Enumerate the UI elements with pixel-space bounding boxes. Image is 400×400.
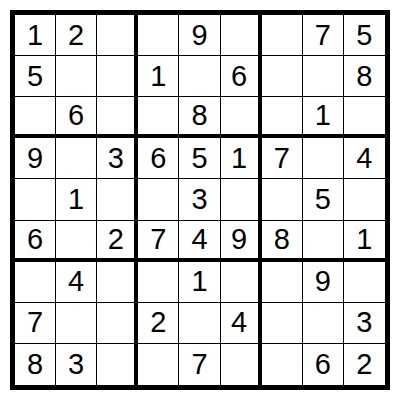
cell-r2c7[interactable] <box>262 56 303 97</box>
cell-r8c4[interactable]: 2 <box>138 303 179 344</box>
cell-r6c9[interactable]: 1 <box>344 221 385 262</box>
cell-r7c3[interactable] <box>97 262 138 303</box>
cell-r6c2[interactable] <box>56 221 97 262</box>
cell-r2c3[interactable] <box>97 56 138 97</box>
cell-r1c4[interactable] <box>138 15 179 56</box>
cell-r4c4[interactable]: 6 <box>138 138 179 179</box>
cell-r2c2[interactable] <box>56 56 97 97</box>
cell-r7c4[interactable] <box>138 262 179 303</box>
sudoku-board: 1297551686819365174135627498141972438376… <box>10 10 390 390</box>
cell-r7c7[interactable] <box>262 262 303 303</box>
cell-r2c9[interactable]: 8 <box>344 56 385 97</box>
cell-r8c2[interactable] <box>56 303 97 344</box>
cell-r5c9[interactable] <box>344 179 385 220</box>
cell-r4c9[interactable]: 4 <box>344 138 385 179</box>
cell-r9c3[interactable] <box>97 344 138 385</box>
cell-r3c3[interactable] <box>97 97 138 138</box>
cell-r3c7[interactable] <box>262 97 303 138</box>
cell-r8c9[interactable]: 3 <box>344 303 385 344</box>
cell-r4c2[interactable] <box>56 138 97 179</box>
cell-r4c6[interactable]: 1 <box>221 138 262 179</box>
cell-r9c4[interactable] <box>138 344 179 385</box>
sudoku-page: 1297551686819365174135627498141972438376… <box>0 0 400 400</box>
cell-r8c7[interactable] <box>262 303 303 344</box>
cell-r5c6[interactable] <box>221 179 262 220</box>
cell-r3c8[interactable]: 1 <box>303 97 344 138</box>
cell-r2c5[interactable] <box>179 56 220 97</box>
cell-r6c4[interactable]: 7 <box>138 221 179 262</box>
cell-r5c1[interactable] <box>15 179 56 220</box>
cell-r2c1[interactable]: 5 <box>15 56 56 97</box>
cell-r3c1[interactable] <box>15 97 56 138</box>
cell-r5c4[interactable] <box>138 179 179 220</box>
cell-r6c8[interactable] <box>303 221 344 262</box>
cell-r9c1[interactable]: 8 <box>15 344 56 385</box>
cell-r2c4[interactable]: 1 <box>138 56 179 97</box>
cell-r7c9[interactable] <box>344 262 385 303</box>
cell-r5c2[interactable]: 1 <box>56 179 97 220</box>
cell-r3c2[interactable]: 6 <box>56 97 97 138</box>
cell-r9c5[interactable]: 7 <box>179 344 220 385</box>
cell-r9c6[interactable] <box>221 344 262 385</box>
cell-r7c8[interactable]: 9 <box>303 262 344 303</box>
cell-r9c2[interactable]: 3 <box>56 344 97 385</box>
cell-r1c3[interactable] <box>97 15 138 56</box>
cell-r7c6[interactable] <box>221 262 262 303</box>
cell-r8c8[interactable] <box>303 303 344 344</box>
cell-r2c6[interactable]: 6 <box>221 56 262 97</box>
cell-r6c3[interactable]: 2 <box>97 221 138 262</box>
cell-r2c8[interactable] <box>303 56 344 97</box>
cell-r8c5[interactable] <box>179 303 220 344</box>
cell-r9c7[interactable] <box>262 344 303 385</box>
cell-r5c8[interactable]: 5 <box>303 179 344 220</box>
cell-r1c6[interactable] <box>221 15 262 56</box>
cell-r4c8[interactable] <box>303 138 344 179</box>
cell-r3c9[interactable] <box>344 97 385 138</box>
cell-r8c6[interactable]: 4 <box>221 303 262 344</box>
cell-r4c5[interactable]: 5 <box>179 138 220 179</box>
cell-r6c7[interactable]: 8 <box>262 221 303 262</box>
cell-r3c6[interactable] <box>221 97 262 138</box>
cell-r1c1[interactable]: 1 <box>15 15 56 56</box>
cell-r1c8[interactable]: 7 <box>303 15 344 56</box>
cell-r9c8[interactable]: 6 <box>303 344 344 385</box>
cell-r1c9[interactable]: 5 <box>344 15 385 56</box>
cell-r4c7[interactable]: 7 <box>262 138 303 179</box>
cell-r3c5[interactable]: 8 <box>179 97 220 138</box>
cell-r5c3[interactable] <box>97 179 138 220</box>
cell-r1c2[interactable]: 2 <box>56 15 97 56</box>
cell-r6c5[interactable]: 4 <box>179 221 220 262</box>
cell-r7c5[interactable]: 1 <box>179 262 220 303</box>
cell-r9c9[interactable]: 2 <box>344 344 385 385</box>
cell-r5c5[interactable]: 3 <box>179 179 220 220</box>
cell-r1c7[interactable] <box>262 15 303 56</box>
cell-r6c1[interactable]: 6 <box>15 221 56 262</box>
cell-r7c1[interactable] <box>15 262 56 303</box>
cell-r5c7[interactable] <box>262 179 303 220</box>
cell-r8c3[interactable] <box>97 303 138 344</box>
cell-r3c4[interactable] <box>138 97 179 138</box>
cell-r1c5[interactable]: 9 <box>179 15 220 56</box>
cell-r7c2[interactable]: 4 <box>56 262 97 303</box>
cell-r8c1[interactable]: 7 <box>15 303 56 344</box>
cell-r4c1[interactable]: 9 <box>15 138 56 179</box>
cell-r4c3[interactable]: 3 <box>97 138 138 179</box>
cell-r6c6[interactable]: 9 <box>221 221 262 262</box>
